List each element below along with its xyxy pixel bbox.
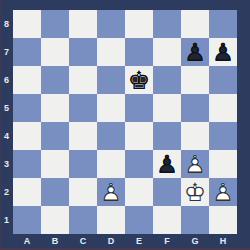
square-a8[interactable] <box>13 10 41 38</box>
file-label-a: A <box>13 234 41 248</box>
file-labels: ABCDEFGH <box>13 234 237 248</box>
piece-black-king-e6: ♚♔ <box>125 66 153 94</box>
square-a5[interactable] <box>13 94 41 122</box>
rank-label-3: 3 <box>0 150 13 178</box>
square-e4[interactable] <box>125 122 153 150</box>
square-d3[interactable] <box>97 150 125 178</box>
square-f2[interactable] <box>153 178 181 206</box>
rank-label-6: 6 <box>0 66 13 94</box>
square-f4[interactable] <box>153 122 181 150</box>
square-g6[interactable] <box>181 66 209 94</box>
rank-label-2: 2 <box>0 178 13 206</box>
rank-label-4: 4 <box>0 122 13 150</box>
square-h7[interactable]: ♟♙ <box>209 38 237 66</box>
square-h2[interactable]: ♟♙ <box>209 178 237 206</box>
file-label-d: D <box>97 234 125 248</box>
square-c3[interactable] <box>69 150 97 178</box>
square-b2[interactable] <box>41 178 69 206</box>
square-h6[interactable] <box>209 66 237 94</box>
square-b8[interactable] <box>41 10 69 38</box>
square-g4[interactable] <box>181 122 209 150</box>
square-d6[interactable] <box>97 66 125 94</box>
file-label-f: F <box>153 234 181 248</box>
square-c5[interactable] <box>69 94 97 122</box>
square-c8[interactable] <box>69 10 97 38</box>
square-d4[interactable] <box>97 122 125 150</box>
square-h4[interactable] <box>209 122 237 150</box>
square-b7[interactable] <box>41 38 69 66</box>
piece-white-pawn-d2: ♟♙ <box>97 178 125 206</box>
square-d8[interactable] <box>97 10 125 38</box>
square-g2[interactable]: ♚♔ <box>181 178 209 206</box>
square-h1[interactable] <box>209 206 237 234</box>
square-e8[interactable] <box>125 10 153 38</box>
square-c6[interactable] <box>69 66 97 94</box>
rank-label-7: 7 <box>0 38 13 66</box>
piece-outline-glyph: ♙ <box>153 150 181 178</box>
square-a6[interactable] <box>13 66 41 94</box>
square-e1[interactable] <box>125 206 153 234</box>
square-d1[interactable] <box>97 206 125 234</box>
square-d5[interactable] <box>97 94 125 122</box>
square-e2[interactable] <box>125 178 153 206</box>
square-c1[interactable] <box>69 206 97 234</box>
piece-black-pawn-h7: ♟♙ <box>209 38 237 66</box>
square-b6[interactable] <box>41 66 69 94</box>
file-label-e: E <box>125 234 153 248</box>
piece-white-king-g2: ♚♔ <box>181 178 209 206</box>
square-e6[interactable]: ♚♔ <box>125 66 153 94</box>
chessboard-frame: 87654321 ♟♙♟♙♚♔♟♙♟♙♟♙♚♔♟♙ ABCDEFGH <box>0 0 250 250</box>
piece-white-pawn-g3: ♟♙ <box>181 150 209 178</box>
square-a2[interactable] <box>13 178 41 206</box>
square-f5[interactable] <box>153 94 181 122</box>
file-label-c: C <box>69 234 97 248</box>
square-g1[interactable] <box>181 206 209 234</box>
square-c2[interactable] <box>69 178 97 206</box>
square-d7[interactable] <box>97 38 125 66</box>
rank-label-5: 5 <box>0 94 13 122</box>
square-g3[interactable]: ♟♙ <box>181 150 209 178</box>
square-e3[interactable] <box>125 150 153 178</box>
piece-white-pawn-h2: ♟♙ <box>209 178 237 206</box>
square-g7[interactable]: ♟♙ <box>181 38 209 66</box>
piece-outline-glyph: ♙ <box>209 178 237 206</box>
square-e7[interactable] <box>125 38 153 66</box>
piece-outline-glyph: ♙ <box>181 150 209 178</box>
piece-black-pawn-f3: ♟♙ <box>153 150 181 178</box>
file-label-b: B <box>41 234 69 248</box>
square-b1[interactable] <box>41 206 69 234</box>
square-c4[interactable] <box>69 122 97 150</box>
square-f7[interactable] <box>153 38 181 66</box>
square-c7[interactable] <box>69 38 97 66</box>
square-d2[interactable]: ♟♙ <box>97 178 125 206</box>
square-e5[interactable] <box>125 94 153 122</box>
file-label-g: G <box>181 234 209 248</box>
square-g5[interactable] <box>181 94 209 122</box>
square-b4[interactable] <box>41 122 69 150</box>
rank-label-1: 1 <box>0 206 13 234</box>
square-h8[interactable] <box>209 10 237 38</box>
square-a7[interactable] <box>13 38 41 66</box>
rank-label-8: 8 <box>0 10 13 38</box>
piece-outline-glyph: ♙ <box>181 38 209 66</box>
square-a4[interactable] <box>13 122 41 150</box>
square-a3[interactable] <box>13 150 41 178</box>
file-label-h: H <box>209 234 237 248</box>
square-g8[interactable] <box>181 10 209 38</box>
square-h5[interactable] <box>209 94 237 122</box>
chessboard: ♟♙♟♙♚♔♟♙♟♙♟♙♚♔♟♙ <box>13 10 237 234</box>
piece-outline-glyph: ♔ <box>181 178 209 206</box>
square-f1[interactable] <box>153 206 181 234</box>
piece-outline-glyph: ♙ <box>97 178 125 206</box>
square-b5[interactable] <box>41 94 69 122</box>
square-f3[interactable]: ♟♙ <box>153 150 181 178</box>
square-f8[interactable] <box>153 10 181 38</box>
piece-black-pawn-g7: ♟♙ <box>181 38 209 66</box>
rank-labels: 87654321 <box>0 10 13 234</box>
piece-outline-glyph: ♙ <box>209 38 237 66</box>
square-h3[interactable] <box>209 150 237 178</box>
square-a1[interactable] <box>13 206 41 234</box>
square-b3[interactable] <box>41 150 69 178</box>
piece-outline-glyph: ♔ <box>125 66 153 94</box>
square-f6[interactable] <box>153 66 181 94</box>
